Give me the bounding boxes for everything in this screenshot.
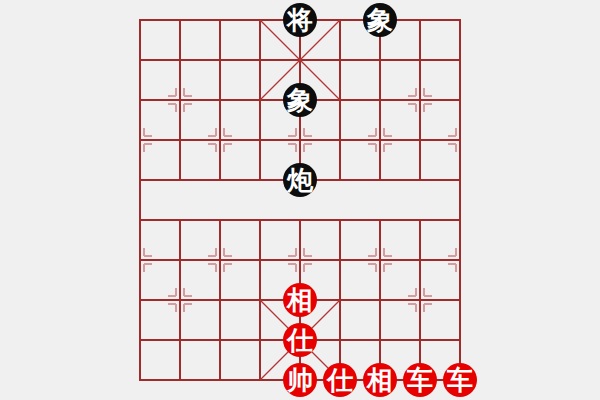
red-elephant-1[interactable]: 相 (283, 283, 317, 317)
red-chariot-1[interactable]: 车 (403, 363, 437, 397)
xiangqi-board: 将象象炮相仕帅仕相车车 (0, 0, 600, 400)
red-general[interactable]: 帅 (283, 363, 317, 397)
red-advisor-1[interactable]: 仕 (283, 323, 317, 357)
black-elephant-1[interactable]: 象 (363, 3, 397, 37)
red-elephant-2[interactable]: 相 (363, 363, 397, 397)
red-chariot-2[interactable]: 车 (443, 363, 477, 397)
piece-layer: 将象象炮相仕帅仕相车车 (120, 0, 480, 400)
black-cannon[interactable]: 炮 (283, 163, 317, 197)
black-elephant-2[interactable]: 象 (283, 83, 317, 117)
black-general[interactable]: 将 (283, 3, 317, 37)
red-advisor-2[interactable]: 仕 (323, 363, 357, 397)
